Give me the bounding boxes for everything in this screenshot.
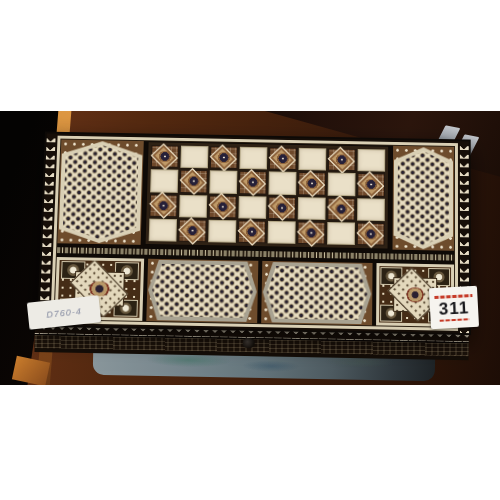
board-square-r1c2 — [180, 146, 208, 169]
mosaic-rosette-icon — [216, 201, 230, 212]
mosaic-rosette-icon — [245, 226, 259, 237]
board-square-r4c6 — [297, 221, 325, 244]
panel-hex-bottom-2-field — [266, 266, 367, 320]
lot-number: 311 — [438, 299, 469, 318]
mosaic-rosette-icon — [275, 202, 288, 213]
mosaic-rosette-icon — [217, 152, 230, 163]
panel-hex-bottom-2-border — [262, 262, 371, 324]
auction-photo: 311 D760-4 — [0, 111, 500, 385]
mosaic-rosette-icon — [335, 203, 348, 214]
board-square-r1c1 — [151, 145, 179, 168]
board-square-r1c8 — [358, 149, 386, 172]
panel-hex-left-field — [63, 144, 139, 239]
mosaic-rosette-icon — [335, 154, 348, 165]
mosaic-rosette-icon — [157, 200, 171, 211]
mosaic-rosette-icon — [364, 228, 377, 239]
games-box-lid — [37, 132, 471, 336]
board-square-r3c5 — [268, 196, 296, 219]
board-square-r2c6 — [298, 172, 326, 195]
panel-hex-left-border — [58, 141, 142, 244]
board-square-r4c2 — [178, 219, 206, 242]
board-square-r4c3 — [208, 220, 236, 243]
lid-upper-section — [57, 140, 454, 251]
sticker-red-text-bottom — [439, 318, 470, 322]
star-core-icon — [406, 287, 425, 302]
board-square-r2c5 — [268, 172, 296, 195]
board-square-r4c4 — [238, 220, 266, 243]
lot-sticker: 311 — [429, 286, 479, 329]
board-square-r4c5 — [268, 221, 296, 244]
board-square-r3c8 — [357, 198, 385, 221]
board-square-r3c4 — [238, 196, 266, 219]
mosaic-rosette-icon — [276, 153, 289, 164]
latch-icon — [243, 338, 255, 348]
board-square-r1c4 — [239, 147, 267, 170]
lid-surface — [50, 136, 458, 331]
mosaic-rosette-icon — [305, 227, 318, 238]
board-square-r2c8 — [357, 173, 385, 196]
panel-hex-left — [57, 140, 143, 245]
panel-hex-bottom-1-border — [147, 260, 257, 322]
panel-hex-right-border — [393, 147, 453, 250]
board-square-r3c2 — [179, 194, 207, 217]
panel-hex-right-field — [397, 151, 449, 246]
handwritten-text: D760-4 — [46, 306, 82, 320]
star-core-icon — [89, 281, 111, 296]
panel-hex-bottom-2 — [261, 261, 372, 325]
mosaic-rosette-icon — [158, 151, 172, 162]
mosaic-rosette-icon — [186, 225, 200, 236]
board-square-r2c7 — [328, 173, 356, 196]
board-square-r3c7 — [327, 197, 355, 220]
board-square-r2c1 — [150, 169, 178, 192]
board-square-r2c2 — [180, 170, 208, 193]
panel-hex-bottom-1 — [146, 259, 258, 323]
board-square-r1c7 — [328, 148, 356, 171]
chessboard — [149, 145, 386, 245]
lid-lower-section — [54, 257, 454, 327]
chessboard-frame — [145, 141, 390, 249]
board-square-r4c8 — [357, 222, 385, 245]
board-square-r3c6 — [298, 197, 326, 220]
board-square-r1c6 — [298, 148, 326, 171]
board-square-r2c3 — [209, 171, 237, 194]
board-square-r4c7 — [327, 222, 355, 245]
board-square-r1c3 — [210, 146, 238, 169]
panel-hex-bottom-1-field — [151, 264, 253, 318]
board-square-r1c5 — [269, 147, 297, 170]
board-square-r3c1 — [149, 194, 177, 217]
board-square-r3c3 — [209, 195, 237, 218]
panel-hex-right — [393, 146, 455, 251]
board-square-r4c1 — [149, 218, 177, 241]
board-square-r2c4 — [239, 171, 267, 194]
